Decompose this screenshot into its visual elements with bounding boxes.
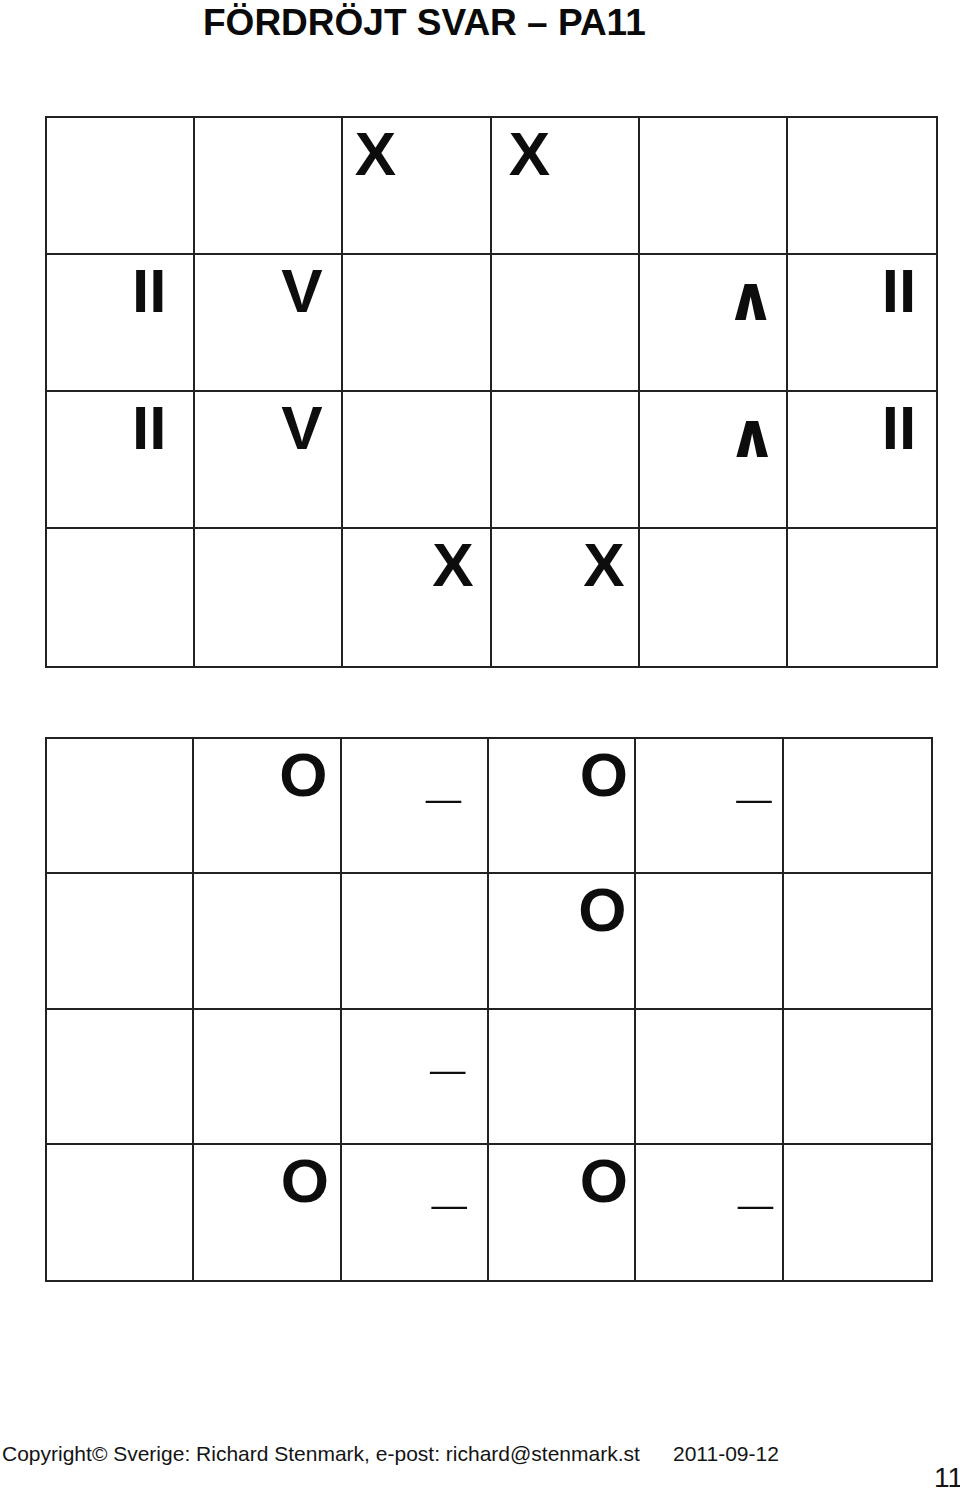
o-symbol: O [279, 741, 327, 809]
underscore-symbol: _ [432, 1147, 466, 1215]
v-symbol: V [281, 257, 322, 325]
grid-cell: X [492, 118, 640, 255]
footer-date: 2011-09-12 [673, 1442, 779, 1466]
x-symbol: X [583, 531, 624, 599]
grid-cell: X [492, 529, 640, 666]
grid-cell [195, 529, 343, 666]
page-title: FÖRDRÖJT SVAR – PA11 [203, 2, 646, 44]
grid-cell [788, 118, 936, 255]
double-bar-symbol: II [132, 257, 166, 325]
grid-cell: II [788, 255, 936, 392]
grid-cell [47, 1010, 194, 1145]
grid-cell: II [788, 392, 936, 529]
grid-cell: _ [342, 1145, 489, 1280]
grid-cell: ∧ [640, 255, 788, 392]
grid-cell [194, 874, 341, 1009]
grid-cell [195, 118, 343, 255]
o-symbol: O [580, 1147, 628, 1215]
grid-cell: II [47, 392, 195, 529]
double-bar-symbol: II [132, 394, 166, 462]
underscore-symbol: _ [430, 1012, 464, 1080]
grid-cell [343, 392, 491, 529]
grid-cell [492, 392, 640, 529]
x-symbol: X [355, 120, 396, 188]
footer-copyright: Copyright© Sverige: Richard Stenmark, e-… [2, 1442, 640, 1466]
grid-cell [784, 739, 931, 874]
grid-cell: O [194, 1145, 341, 1280]
grid-cell: _ [636, 1145, 783, 1280]
grid-cell: O [194, 739, 341, 874]
grid-cell [47, 739, 194, 874]
double-bar-symbol: II [882, 257, 916, 325]
caret-symbol: ∧ [727, 402, 777, 470]
grid-cell [47, 1145, 194, 1280]
grid-cell: O [489, 874, 636, 1009]
page-number: 11 [934, 1462, 960, 1488]
grid-cell: V [195, 392, 343, 529]
grid-cell [784, 1010, 931, 1145]
grid-cell [492, 255, 640, 392]
grid-cell: X [343, 118, 491, 255]
grid-cell [636, 1010, 783, 1145]
symbol-grid-1: XXIIV∧IIIIV∧IIXX [45, 116, 938, 668]
grid-cell [636, 874, 783, 1009]
grid-cell: O [489, 739, 636, 874]
underscore-symbol: _ [426, 741, 460, 809]
x-symbol: X [509, 120, 550, 188]
underscore-symbol: _ [737, 741, 771, 809]
grid-cell [788, 529, 936, 666]
grid-cell [489, 1010, 636, 1145]
symbol-grid-2: O_O_O_O_O_ [45, 737, 933, 1282]
v-symbol: V [281, 394, 322, 462]
o-symbol: O [281, 1147, 329, 1215]
x-symbol: X [432, 531, 473, 599]
grid-cell [640, 529, 788, 666]
double-bar-symbol: II [882, 394, 916, 462]
grid-cell: X [343, 529, 491, 666]
grid-cell [342, 874, 489, 1009]
grid-cell: ∧ [640, 392, 788, 529]
grid-cell: O [489, 1145, 636, 1280]
grid-cell: II [47, 255, 195, 392]
grid-cell [784, 1145, 931, 1280]
grid-cell [194, 1010, 341, 1145]
grid-cell: V [195, 255, 343, 392]
underscore-symbol: _ [738, 1147, 772, 1215]
grid-cell [343, 255, 491, 392]
grid-cell [784, 874, 931, 1009]
grid-cell [47, 118, 195, 255]
grid-cell [47, 874, 194, 1009]
grid-cell: _ [342, 739, 489, 874]
document-page: FÖRDRÖJT SVAR – PA11 XXIIV∧IIIIV∧IIXX O_… [0, 0, 960, 1488]
caret-symbol: ∧ [726, 265, 776, 333]
o-symbol: O [580, 741, 628, 809]
grid-cell: _ [342, 1010, 489, 1145]
grid-cell: _ [636, 739, 783, 874]
grid-cell [47, 529, 195, 666]
o-symbol: O [578, 876, 626, 944]
grid-cell [640, 118, 788, 255]
